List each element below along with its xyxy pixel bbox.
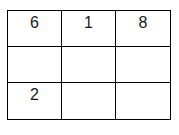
grid-cell-r0c0[interactable]: 6 — [8, 11, 62, 47]
grid-cell-r1c1[interactable] — [62, 47, 116, 83]
grid-cell-r0c2[interactable]: 8 — [116, 11, 170, 47]
magic-square-grid: 6 1 8 2 — [7, 10, 171, 120]
grid-cell-r2c1[interactable] — [62, 83, 116, 119]
grid-cell-r1c0[interactable] — [8, 47, 62, 83]
grid-cell-r2c0[interactable]: 2 — [8, 83, 62, 119]
grid-cell-r0c1[interactable]: 1 — [62, 11, 116, 47]
grid-cell-r2c2[interactable] — [116, 83, 170, 119]
puzzle-canvas: 6 1 8 2 — [0, 0, 179, 135]
grid-cell-r1c2[interactable] — [116, 47, 170, 83]
